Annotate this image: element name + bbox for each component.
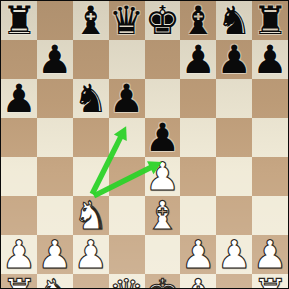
piece-black-pawn[interactable]: ♟ bbox=[181, 40, 216, 79]
square-d1[interactable]: ♛ bbox=[109, 274, 145, 289]
piece-white-pawn[interactable]: ♟ bbox=[73, 235, 108, 274]
square-c2[interactable]: ♟ bbox=[73, 235, 109, 274]
piece-white-pawn[interactable]: ♟ bbox=[253, 235, 288, 274]
square-c7[interactable] bbox=[73, 40, 109, 79]
piece-black-knight[interactable]: ♞ bbox=[217, 1, 252, 40]
square-g2[interactable]: ♟ bbox=[216, 235, 252, 274]
square-g8[interactable]: ♞ bbox=[216, 1, 252, 40]
square-e7[interactable] bbox=[145, 40, 181, 79]
piece-white-rook[interactable]: ♜ bbox=[253, 274, 288, 289]
piece-black-knight[interactable]: ♞ bbox=[73, 79, 108, 118]
square-d6[interactable]: ♟ bbox=[109, 79, 145, 118]
piece-white-pawn[interactable]: ♟ bbox=[217, 235, 252, 274]
piece-black-pawn[interactable]: ♟ bbox=[253, 40, 288, 79]
square-d2[interactable] bbox=[109, 235, 145, 274]
square-f2[interactable]: ♟ bbox=[180, 235, 216, 274]
square-f3[interactable] bbox=[180, 196, 216, 235]
square-e1[interactable]: ♚ bbox=[145, 274, 181, 289]
square-h3[interactable] bbox=[252, 196, 288, 235]
square-a5[interactable] bbox=[1, 118, 37, 157]
square-a6[interactable]: ♟ bbox=[1, 79, 37, 118]
square-d3[interactable] bbox=[109, 196, 145, 235]
square-g5[interactable] bbox=[216, 118, 252, 157]
piece-white-pawn[interactable]: ♟ bbox=[37, 235, 72, 274]
piece-black-bishop[interactable]: ♝ bbox=[181, 1, 216, 40]
chess-board: ♜♝♛♚♝♞♜♟♟♟♟♟♞♟♟♟♞♝♟♟♟♟♟♟♜♞♛♚♝♜ bbox=[0, 0, 289, 289]
square-d5[interactable] bbox=[109, 118, 145, 157]
piece-white-rook[interactable]: ♜ bbox=[1, 274, 36, 289]
square-f5[interactable] bbox=[180, 118, 216, 157]
square-b6[interactable] bbox=[37, 79, 73, 118]
piece-black-pawn[interactable]: ♟ bbox=[37, 40, 72, 79]
square-g3[interactable] bbox=[216, 196, 252, 235]
square-f6[interactable] bbox=[180, 79, 216, 118]
piece-white-knight[interactable]: ♞ bbox=[73, 196, 108, 235]
square-f4[interactable] bbox=[180, 157, 216, 196]
square-h4[interactable] bbox=[252, 157, 288, 196]
square-e8[interactable]: ♚ bbox=[145, 1, 181, 40]
square-h8[interactable]: ♜ bbox=[252, 1, 288, 40]
square-e4[interactable]: ♟ bbox=[145, 157, 181, 196]
piece-black-pawn[interactable]: ♟ bbox=[109, 79, 144, 118]
square-a1[interactable]: ♜ bbox=[1, 274, 37, 289]
piece-black-rook[interactable]: ♜ bbox=[253, 1, 288, 40]
square-b7[interactable]: ♟ bbox=[37, 40, 73, 79]
square-h6[interactable] bbox=[252, 79, 288, 118]
square-b1[interactable]: ♞ bbox=[37, 274, 73, 289]
square-e6[interactable] bbox=[145, 79, 181, 118]
piece-black-pawn[interactable]: ♟ bbox=[145, 118, 180, 157]
square-e3[interactable]: ♝ bbox=[145, 196, 181, 235]
square-c8[interactable]: ♝ bbox=[73, 1, 109, 40]
piece-white-knight[interactable]: ♞ bbox=[37, 274, 72, 289]
piece-white-pawn[interactable]: ♟ bbox=[145, 157, 180, 196]
piece-white-bishop[interactable]: ♝ bbox=[181, 274, 216, 289]
piece-white-bishop[interactable]: ♝ bbox=[145, 196, 180, 235]
square-b2[interactable]: ♟ bbox=[37, 235, 73, 274]
piece-black-queen[interactable]: ♛ bbox=[109, 1, 144, 40]
square-d7[interactable] bbox=[109, 40, 145, 79]
square-b5[interactable] bbox=[37, 118, 73, 157]
square-g4[interactable] bbox=[216, 157, 252, 196]
square-a3[interactable] bbox=[1, 196, 37, 235]
square-g7[interactable]: ♟ bbox=[216, 40, 252, 79]
square-a2[interactable]: ♟ bbox=[1, 235, 37, 274]
piece-black-rook[interactable]: ♜ bbox=[1, 1, 36, 40]
chess-board-grid: ♜♝♛♚♝♞♜♟♟♟♟♟♞♟♟♟♞♝♟♟♟♟♟♟♜♞♛♚♝♜ bbox=[1, 1, 288, 288]
piece-black-pawn[interactable]: ♟ bbox=[1, 79, 36, 118]
square-f8[interactable]: ♝ bbox=[180, 1, 216, 40]
square-f1[interactable]: ♝ bbox=[180, 274, 216, 289]
piece-black-pawn[interactable]: ♟ bbox=[217, 40, 252, 79]
square-c4[interactable] bbox=[73, 157, 109, 196]
square-d8[interactable]: ♛ bbox=[109, 1, 145, 40]
square-b3[interactable] bbox=[37, 196, 73, 235]
square-a8[interactable]: ♜ bbox=[1, 1, 37, 40]
piece-black-king[interactable]: ♚ bbox=[145, 1, 180, 40]
square-h2[interactable]: ♟ bbox=[252, 235, 288, 274]
square-c6[interactable]: ♞ bbox=[73, 79, 109, 118]
square-e2[interactable] bbox=[145, 235, 181, 274]
piece-white-king[interactable]: ♚ bbox=[145, 274, 180, 289]
piece-white-queen[interactable]: ♛ bbox=[109, 274, 144, 289]
square-b8[interactable] bbox=[37, 1, 73, 40]
square-a7[interactable] bbox=[1, 40, 37, 79]
square-c3[interactable]: ♞ bbox=[73, 196, 109, 235]
square-g6[interactable] bbox=[216, 79, 252, 118]
piece-black-bishop[interactable]: ♝ bbox=[73, 1, 108, 40]
square-b4[interactable] bbox=[37, 157, 73, 196]
square-h7[interactable]: ♟ bbox=[252, 40, 288, 79]
square-f7[interactable]: ♟ bbox=[180, 40, 216, 79]
piece-white-pawn[interactable]: ♟ bbox=[1, 235, 36, 274]
square-a4[interactable] bbox=[1, 157, 37, 196]
square-c5[interactable] bbox=[73, 118, 109, 157]
square-h5[interactable] bbox=[252, 118, 288, 157]
square-h1[interactable]: ♜ bbox=[252, 274, 288, 289]
square-e5[interactable]: ♟ bbox=[145, 118, 181, 157]
piece-white-pawn[interactable]: ♟ bbox=[181, 235, 216, 274]
square-d4[interactable] bbox=[109, 157, 145, 196]
